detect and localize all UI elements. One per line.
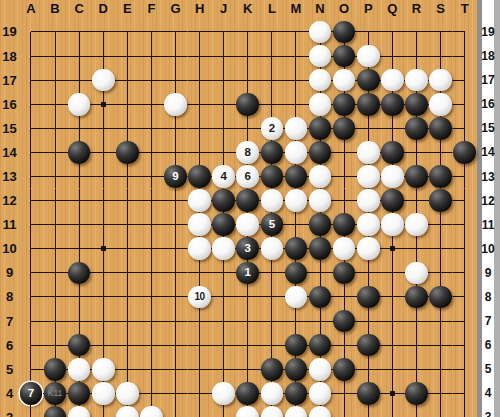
intersection-L16[interactable] xyxy=(260,92,284,116)
intersection-C12[interactable] xyxy=(67,189,91,213)
intersection-F16[interactable] xyxy=(139,92,163,116)
intersection-P8[interactable] xyxy=(356,285,380,309)
intersection-E5[interactable] xyxy=(115,357,139,381)
intersection-C9[interactable] xyxy=(67,261,91,285)
intersection-N7[interactable] xyxy=(308,309,332,333)
intersection-M13[interactable] xyxy=(284,164,308,188)
intersection-T19[interactable] xyxy=(453,20,477,44)
intersection-Q3[interactable] xyxy=(380,405,404,417)
intersection-T5[interactable] xyxy=(453,357,477,381)
intersection-T16[interactable] xyxy=(453,92,477,116)
intersection-K3[interactable] xyxy=(236,405,260,417)
intersection-D19[interactable] xyxy=(91,20,115,44)
intersection-D8[interactable] xyxy=(91,285,115,309)
intersection-L12[interactable] xyxy=(260,189,284,213)
intersection-P17[interactable] xyxy=(356,68,380,92)
intersection-K17[interactable] xyxy=(236,68,260,92)
intersection-H8[interactable]: 10 xyxy=(188,285,212,309)
intersection-S17[interactable] xyxy=(428,68,452,92)
intersection-J16[interactable] xyxy=(212,92,236,116)
intersection-N5[interactable] xyxy=(308,357,332,381)
intersection-J15[interactable] xyxy=(212,116,236,140)
intersection-D13[interactable] xyxy=(91,164,115,188)
intersection-S11[interactable] xyxy=(428,213,452,237)
intersection-E18[interactable] xyxy=(115,44,139,68)
intersection-N12[interactable] xyxy=(308,189,332,213)
intersection-B11[interactable] xyxy=(43,213,67,237)
intersection-F8[interactable] xyxy=(139,285,163,309)
intersection-C8[interactable] xyxy=(67,285,91,309)
intersection-Q4[interactable] xyxy=(380,381,404,405)
intersection-F15[interactable] xyxy=(139,116,163,140)
intersection-E14[interactable] xyxy=(115,140,139,164)
intersection-S8[interactable] xyxy=(428,285,452,309)
intersection-P14[interactable] xyxy=(356,140,380,164)
intersection-O6[interactable] xyxy=(332,333,356,357)
intersection-N3[interactable] xyxy=(308,405,332,417)
intersection-P19[interactable] xyxy=(356,20,380,44)
intersection-P6[interactable] xyxy=(356,333,380,357)
intersection-C19[interactable] xyxy=(67,20,91,44)
intersection-E8[interactable] xyxy=(115,285,139,309)
intersection-G18[interactable] xyxy=(163,44,187,68)
intersection-C5[interactable] xyxy=(67,357,91,381)
intersection-G8[interactable] xyxy=(163,285,187,309)
intersection-B9[interactable] xyxy=(43,261,67,285)
intersection-C6[interactable] xyxy=(67,333,91,357)
intersection-F7[interactable] xyxy=(139,309,163,333)
intersection-A19[interactable] xyxy=(19,20,43,44)
intersection-T7[interactable] xyxy=(453,309,477,333)
intersection-S4[interactable] xyxy=(428,381,452,405)
intersection-S5[interactable] xyxy=(428,357,452,381)
intersection-C14[interactable] xyxy=(67,140,91,164)
intersection-G7[interactable] xyxy=(163,309,187,333)
intersection-G15[interactable] xyxy=(163,116,187,140)
intersection-D4[interactable] xyxy=(91,381,115,405)
intersection-D3[interactable] xyxy=(91,405,115,417)
intersection-K8[interactable] xyxy=(236,285,260,309)
intersection-H18[interactable] xyxy=(188,44,212,68)
intersection-M3[interactable] xyxy=(284,405,308,417)
intersection-M10[interactable] xyxy=(284,237,308,261)
intersection-S7[interactable] xyxy=(428,309,452,333)
intersection-S9[interactable] xyxy=(428,261,452,285)
intersection-Q9[interactable] xyxy=(380,261,404,285)
intersection-J4[interactable] xyxy=(212,381,236,405)
intersection-Q6[interactable] xyxy=(380,333,404,357)
intersection-O4[interactable] xyxy=(332,381,356,405)
intersection-N16[interactable] xyxy=(308,92,332,116)
intersection-B3[interactable] xyxy=(43,405,67,417)
intersection-A9[interactable] xyxy=(19,261,43,285)
intersection-F10[interactable] xyxy=(139,237,163,261)
intersection-Q14[interactable] xyxy=(380,140,404,164)
intersection-A10[interactable] xyxy=(19,237,43,261)
intersection-L14[interactable] xyxy=(260,140,284,164)
intersection-F19[interactable] xyxy=(139,20,163,44)
intersection-R3[interactable] xyxy=(404,405,428,417)
intersection-E19[interactable] xyxy=(115,20,139,44)
intersection-L5[interactable] xyxy=(260,357,284,381)
intersection-M7[interactable] xyxy=(284,309,308,333)
intersection-K7[interactable] xyxy=(236,309,260,333)
intersection-Q17[interactable] xyxy=(380,68,404,92)
intersection-S14[interactable] xyxy=(428,140,452,164)
intersection-T6[interactable] xyxy=(453,333,477,357)
intersection-D17[interactable] xyxy=(91,68,115,92)
intersection-R10[interactable] xyxy=(404,237,428,261)
intersection-M11[interactable] xyxy=(284,213,308,237)
intersection-R5[interactable] xyxy=(404,357,428,381)
intersection-O10[interactable] xyxy=(332,237,356,261)
intersection-N13[interactable] xyxy=(308,164,332,188)
intersection-G16[interactable] xyxy=(163,92,187,116)
intersection-M5[interactable] xyxy=(284,357,308,381)
intersection-G19[interactable] xyxy=(163,20,187,44)
intersection-J3[interactable] xyxy=(212,405,236,417)
intersection-H6[interactable] xyxy=(188,333,212,357)
intersection-D14[interactable] xyxy=(91,140,115,164)
intersection-J11[interactable] xyxy=(212,213,236,237)
intersection-G17[interactable] xyxy=(163,68,187,92)
intersection-L6[interactable] xyxy=(260,333,284,357)
intersection-P5[interactable] xyxy=(356,357,380,381)
intersection-D11[interactable] xyxy=(91,213,115,237)
intersection-B16[interactable] xyxy=(43,92,67,116)
intersection-L11[interactable]: 5 xyxy=(260,213,284,237)
intersection-L7[interactable] xyxy=(260,309,284,333)
intersection-Q5[interactable] xyxy=(380,357,404,381)
intersection-O18[interactable] xyxy=(332,44,356,68)
intersection-A18[interactable] xyxy=(19,44,43,68)
intersection-H9[interactable] xyxy=(188,261,212,285)
intersection-B12[interactable] xyxy=(43,189,67,213)
intersection-N18[interactable] xyxy=(308,44,332,68)
intersection-T15[interactable] xyxy=(453,116,477,140)
intersection-P11[interactable] xyxy=(356,213,380,237)
intersection-O16[interactable] xyxy=(332,92,356,116)
intersection-K10[interactable]: 3 xyxy=(236,237,260,261)
intersection-G4[interactable] xyxy=(163,381,187,405)
intersection-G5[interactable] xyxy=(163,357,187,381)
intersection-F13[interactable] xyxy=(139,164,163,188)
intersection-T14[interactable] xyxy=(453,140,477,164)
intersection-T4[interactable] xyxy=(453,381,477,405)
intersection-T10[interactable] xyxy=(453,237,477,261)
intersection-D12[interactable] xyxy=(91,189,115,213)
intersection-O5[interactable] xyxy=(332,357,356,381)
intersection-R12[interactable] xyxy=(404,189,428,213)
intersection-A15[interactable] xyxy=(19,116,43,140)
intersection-R11[interactable] xyxy=(404,213,428,237)
intersection-F14[interactable] xyxy=(139,140,163,164)
intersection-J10[interactable] xyxy=(212,237,236,261)
intersection-N15[interactable] xyxy=(308,116,332,140)
intersection-Q10[interactable] xyxy=(380,237,404,261)
intersection-P13[interactable] xyxy=(356,164,380,188)
intersection-T17[interactable] xyxy=(453,68,477,92)
intersection-O11[interactable] xyxy=(332,213,356,237)
intersection-Q13[interactable] xyxy=(380,164,404,188)
intersection-H11[interactable] xyxy=(188,213,212,237)
intersection-S10[interactable] xyxy=(428,237,452,261)
intersection-N6[interactable] xyxy=(308,333,332,357)
intersection-H5[interactable] xyxy=(188,357,212,381)
intersection-D7[interactable] xyxy=(91,309,115,333)
intersection-M6[interactable] xyxy=(284,333,308,357)
intersection-A14[interactable] xyxy=(19,140,43,164)
intersection-E3[interactable] xyxy=(115,405,139,417)
intersection-P16[interactable] xyxy=(356,92,380,116)
intersection-E9[interactable] xyxy=(115,261,139,285)
intersection-B6[interactable] xyxy=(43,333,67,357)
intersection-S15[interactable] xyxy=(428,116,452,140)
intersection-J8[interactable] xyxy=(212,285,236,309)
intersection-M4[interactable] xyxy=(284,381,308,405)
intersection-P12[interactable] xyxy=(356,189,380,213)
intersection-Q12[interactable] xyxy=(380,189,404,213)
intersection-F9[interactable] xyxy=(139,261,163,285)
intersection-P15[interactable] xyxy=(356,116,380,140)
intersection-M12[interactable] xyxy=(284,189,308,213)
intersection-Q11[interactable] xyxy=(380,213,404,237)
intersection-G14[interactable] xyxy=(163,140,187,164)
intersection-L13[interactable] xyxy=(260,164,284,188)
intersection-S12[interactable] xyxy=(428,189,452,213)
intersection-B8[interactable] xyxy=(43,285,67,309)
intersection-Q15[interactable] xyxy=(380,116,404,140)
intersection-E13[interactable] xyxy=(115,164,139,188)
intersection-J18[interactable] xyxy=(212,44,236,68)
intersection-P7[interactable] xyxy=(356,309,380,333)
intersection-E16[interactable] xyxy=(115,92,139,116)
intersection-E12[interactable] xyxy=(115,189,139,213)
intersection-B14[interactable] xyxy=(43,140,67,164)
intersection-K9[interactable]: 1 xyxy=(236,261,260,285)
intersection-R9[interactable] xyxy=(404,261,428,285)
intersection-C3[interactable] xyxy=(67,405,91,417)
intersection-R14[interactable] xyxy=(404,140,428,164)
intersection-J9[interactable] xyxy=(212,261,236,285)
intersection-O19[interactable] xyxy=(332,20,356,44)
intersection-K13[interactable]: 6 xyxy=(236,164,260,188)
intersection-G11[interactable] xyxy=(163,213,187,237)
intersection-O14[interactable] xyxy=(332,140,356,164)
intersection-M15[interactable] xyxy=(284,116,308,140)
intersection-G9[interactable] xyxy=(163,261,187,285)
intersection-F11[interactable] xyxy=(139,213,163,237)
intersection-H17[interactable] xyxy=(188,68,212,92)
intersection-H12[interactable] xyxy=(188,189,212,213)
intersection-R17[interactable] xyxy=(404,68,428,92)
intersection-G6[interactable] xyxy=(163,333,187,357)
intersection-F4[interactable] xyxy=(139,381,163,405)
intersection-R13[interactable] xyxy=(404,164,428,188)
intersection-T3[interactable] xyxy=(453,405,477,417)
intersection-N10[interactable] xyxy=(308,237,332,261)
intersection-S18[interactable] xyxy=(428,44,452,68)
intersection-K11[interactable] xyxy=(236,213,260,237)
intersection-L18[interactable] xyxy=(260,44,284,68)
intersection-C11[interactable] xyxy=(67,213,91,237)
intersection-G10[interactable] xyxy=(163,237,187,261)
intersection-H13[interactable] xyxy=(188,164,212,188)
intersection-N4[interactable] xyxy=(308,381,332,405)
intersection-M9[interactable] xyxy=(284,261,308,285)
intersection-D16[interactable] xyxy=(91,92,115,116)
intersection-A6[interactable] xyxy=(19,333,43,357)
intersection-F17[interactable] xyxy=(139,68,163,92)
intersection-C13[interactable] xyxy=(67,164,91,188)
intersection-A16[interactable] xyxy=(19,92,43,116)
intersection-B18[interactable] xyxy=(43,44,67,68)
intersection-Q16[interactable] xyxy=(380,92,404,116)
intersection-R8[interactable] xyxy=(404,285,428,309)
intersection-K12[interactable] xyxy=(236,189,260,213)
intersection-K18[interactable] xyxy=(236,44,260,68)
intersection-A13[interactable] xyxy=(19,164,43,188)
intersection-M19[interactable] xyxy=(284,20,308,44)
intersection-G3[interactable] xyxy=(163,405,187,417)
intersection-A12[interactable] xyxy=(19,189,43,213)
intersection-A4[interactable]: 7 xyxy=(19,381,43,405)
intersection-A8[interactable] xyxy=(19,285,43,309)
intersection-N8[interactable] xyxy=(308,285,332,309)
intersection-K19[interactable] xyxy=(236,20,260,44)
intersection-J14[interactable] xyxy=(212,140,236,164)
intersection-K16[interactable] xyxy=(236,92,260,116)
intersection-A17[interactable] xyxy=(19,68,43,92)
intersection-C10[interactable] xyxy=(67,237,91,261)
intersection-E6[interactable] xyxy=(115,333,139,357)
intersection-O15[interactable] xyxy=(332,116,356,140)
intersection-T8[interactable] xyxy=(453,285,477,309)
intersection-S19[interactable] xyxy=(428,20,452,44)
intersection-S3[interactable] xyxy=(428,405,452,417)
intersection-P3[interactable] xyxy=(356,405,380,417)
intersection-N19[interactable] xyxy=(308,20,332,44)
intersection-R4[interactable] xyxy=(404,381,428,405)
intersection-J19[interactable] xyxy=(212,20,236,44)
intersection-H3[interactable] xyxy=(188,405,212,417)
intersection-F18[interactable] xyxy=(139,44,163,68)
intersection-B7[interactable] xyxy=(43,309,67,333)
intersection-P4[interactable] xyxy=(356,381,380,405)
intersection-P10[interactable] xyxy=(356,237,380,261)
intersection-S16[interactable] xyxy=(428,92,452,116)
intersection-H14[interactable] xyxy=(188,140,212,164)
intersection-A7[interactable] xyxy=(19,309,43,333)
intersection-P9[interactable] xyxy=(356,261,380,285)
intersection-L8[interactable] xyxy=(260,285,284,309)
intersection-C18[interactable] xyxy=(67,44,91,68)
intersection-N9[interactable] xyxy=(308,261,332,285)
intersection-O17[interactable] xyxy=(332,68,356,92)
intersection-F6[interactable] xyxy=(139,333,163,357)
intersection-M8[interactable] xyxy=(284,285,308,309)
intersection-J17[interactable] xyxy=(212,68,236,92)
intersection-C4[interactable] xyxy=(67,381,91,405)
intersection-R16[interactable] xyxy=(404,92,428,116)
intersection-L9[interactable] xyxy=(260,261,284,285)
intersection-L17[interactable] xyxy=(260,68,284,92)
intersection-C15[interactable] xyxy=(67,116,91,140)
intersection-D5[interactable] xyxy=(91,357,115,381)
intersection-J5[interactable] xyxy=(212,357,236,381)
intersection-L4[interactable] xyxy=(260,381,284,405)
intersection-R15[interactable] xyxy=(404,116,428,140)
intersection-H10[interactable] xyxy=(188,237,212,261)
intersection-O7[interactable] xyxy=(332,309,356,333)
intersection-B17[interactable] xyxy=(43,68,67,92)
intersection-M17[interactable] xyxy=(284,68,308,92)
intersection-A11[interactable] xyxy=(19,213,43,237)
intersection-J13[interactable]: 4 xyxy=(212,164,236,188)
intersection-A3[interactable] xyxy=(19,405,43,417)
intersection-B4[interactable]: K11 xyxy=(43,381,67,405)
intersection-H16[interactable] xyxy=(188,92,212,116)
intersection-K6[interactable] xyxy=(236,333,260,357)
intersection-B15[interactable] xyxy=(43,116,67,140)
intersection-L10[interactable] xyxy=(260,237,284,261)
intersection-H19[interactable] xyxy=(188,20,212,44)
intersection-H7[interactable] xyxy=(188,309,212,333)
intersection-T13[interactable] xyxy=(453,164,477,188)
intersection-F12[interactable] xyxy=(139,189,163,213)
intersection-N14[interactable] xyxy=(308,140,332,164)
intersection-B19[interactable] xyxy=(43,20,67,44)
intersection-F5[interactable] xyxy=(139,357,163,381)
intersection-L3[interactable] xyxy=(260,405,284,417)
intersection-E7[interactable] xyxy=(115,309,139,333)
intersection-E4[interactable] xyxy=(115,381,139,405)
intersection-C16[interactable] xyxy=(67,92,91,116)
intersection-Q19[interactable] xyxy=(380,20,404,44)
intersection-T11[interactable] xyxy=(453,213,477,237)
intersection-G13[interactable]: 9 xyxy=(163,164,187,188)
intersection-E10[interactable] xyxy=(115,237,139,261)
intersection-Q8[interactable] xyxy=(380,285,404,309)
intersection-R6[interactable] xyxy=(404,333,428,357)
intersection-S13[interactable] xyxy=(428,164,452,188)
intersection-D15[interactable] xyxy=(91,116,115,140)
intersection-T12[interactable] xyxy=(453,189,477,213)
intersection-O9[interactable] xyxy=(332,261,356,285)
intersection-R19[interactable] xyxy=(404,20,428,44)
intersection-N11[interactable] xyxy=(308,213,332,237)
intersection-A5[interactable] xyxy=(19,357,43,381)
intersection-O13[interactable] xyxy=(332,164,356,188)
intersection-H4[interactable] xyxy=(188,381,212,405)
intersection-R18[interactable] xyxy=(404,44,428,68)
intersection-O3[interactable] xyxy=(332,405,356,417)
intersection-J7[interactable] xyxy=(212,309,236,333)
intersection-C7[interactable] xyxy=(67,309,91,333)
intersection-M16[interactable] xyxy=(284,92,308,116)
intersection-T18[interactable] xyxy=(453,44,477,68)
intersection-E15[interactable] xyxy=(115,116,139,140)
intersection-D9[interactable] xyxy=(91,261,115,285)
intersection-B5[interactable] xyxy=(43,357,67,381)
intersection-H15[interactable] xyxy=(188,116,212,140)
intersection-B13[interactable] xyxy=(43,164,67,188)
intersection-F3[interactable] xyxy=(139,405,163,417)
intersection-R7[interactable] xyxy=(404,309,428,333)
intersection-G12[interactable] xyxy=(163,189,187,213)
intersection-D18[interactable] xyxy=(91,44,115,68)
intersection-S6[interactable] xyxy=(428,333,452,357)
